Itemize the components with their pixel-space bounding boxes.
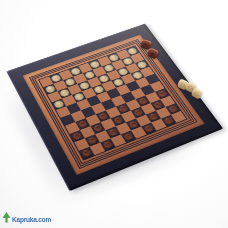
watermark: Kapruka.com: [2, 212, 51, 223]
kapruka-tree-icon: [2, 212, 11, 223]
watermark-text: Kapruka.com: [12, 216, 51, 223]
product-photo-stage: ⛀⛀⛀⛀⛀⛀⛀⛀⛀⛀⛀⛀⛀⛀⛀⛀⛀⛀⛀⛀⛂⛂⛂⛂⛂⛂⛂⛂⛂⛂⛂⛂⛂⛂⛂⛂⛂⛂⛂⛂…: [0, 0, 228, 228]
board-grid: ⛀⛀⛀⛀⛀⛀⛀⛀⛀⛀⛀⛀⛀⛀⛀⛀⛀⛀⛀⛀⛂⛂⛂⛂⛂⛂⛂⛂⛂⛂⛂⛂⛂⛂⛂⛂⛂⛂⛂⛂: [38, 45, 188, 160]
